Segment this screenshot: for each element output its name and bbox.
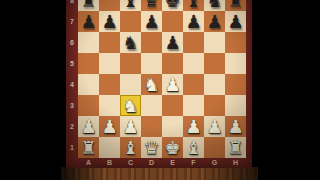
square-f1[interactable]: ♝ — [183, 137, 204, 158]
file-label-e: E — [162, 158, 183, 168]
square-e7[interactable] — [162, 11, 183, 32]
white-pawn-b2: ♟ — [99, 116, 120, 137]
square-h3[interactable] — [225, 95, 246, 116]
square-c2[interactable]: ♟ — [120, 116, 141, 137]
white-pawn-g2: ♟ — [204, 116, 225, 137]
square-a5[interactable] — [78, 53, 99, 74]
white-pawn-e4: ♟ — [162, 74, 183, 95]
black-king-e8: ♚ — [162, 0, 183, 11]
square-c1[interactable]: ♝ — [120, 137, 141, 158]
square-f6[interactable] — [183, 32, 204, 53]
white-rook-a1: ♜ — [78, 137, 99, 158]
white-king-e1: ♚ — [162, 137, 183, 158]
white-pawn-h2: ♟ — [225, 116, 246, 137]
square-a6[interactable] — [78, 32, 99, 53]
square-d4[interactable]: ♞ — [141, 74, 162, 95]
square-e5[interactable] — [162, 53, 183, 74]
square-e2[interactable] — [162, 116, 183, 137]
black-pawn-h7: ♟ — [225, 11, 246, 32]
square-a1[interactable]: ♜ — [78, 137, 99, 158]
chess-board[interactable]: ♜♝♛♚♝♞♜♟♟♟♟♟♟♞♟♞♟♞♟♟♟♟♟♟♜♝♛♚♝♜ — [78, 0, 246, 158]
square-g8[interactable]: ♞ — [204, 0, 225, 11]
white-queen-d1: ♛ — [141, 137, 162, 158]
chess-board-frame: 87654321 ♜♝♛♚♝♞♜♟♟♟♟♟♟♞♟♞♟♞♟♟♟♟♟♟♜♝♛♚♝♜ … — [66, 0, 252, 168]
square-b2[interactable]: ♟ — [99, 116, 120, 137]
rank-label-2: 2 — [66, 116, 78, 137]
rank-label-7: 7 — [66, 11, 78, 32]
black-bishop-f8: ♝ — [183, 0, 204, 11]
square-h7[interactable]: ♟ — [225, 11, 246, 32]
black-queen-d8: ♛ — [141, 0, 162, 11]
rank-label-3: 3 — [66, 95, 78, 116]
square-g3[interactable] — [204, 95, 225, 116]
black-rook-a8: ♜ — [78, 0, 99, 11]
square-f4[interactable] — [183, 74, 204, 95]
square-g2[interactable]: ♟ — [204, 116, 225, 137]
square-a3[interactable] — [78, 95, 99, 116]
square-f5[interactable] — [183, 53, 204, 74]
square-f8[interactable]: ♝ — [183, 0, 204, 11]
square-e1[interactable]: ♚ — [162, 137, 183, 158]
square-h6[interactable] — [225, 32, 246, 53]
square-h4[interactable] — [225, 74, 246, 95]
white-bishop-f1: ♝ — [183, 137, 204, 158]
square-c6[interactable]: ♞ — [120, 32, 141, 53]
file-label-b: B — [99, 158, 120, 168]
table-surface — [61, 167, 258, 180]
square-a8[interactable]: ♜ — [78, 0, 99, 11]
square-a7[interactable]: ♟ — [78, 11, 99, 32]
white-knight-d4: ♞ — [141, 74, 162, 95]
black-knight-c6: ♞ — [120, 32, 141, 53]
square-f3[interactable] — [183, 95, 204, 116]
rank-label-6: 6 — [66, 32, 78, 53]
white-pawn-c2: ♟ — [120, 116, 141, 137]
black-pawn-g7: ♟ — [204, 11, 225, 32]
black-rook-h8: ♜ — [225, 0, 246, 11]
square-b8[interactable] — [99, 0, 120, 11]
square-d6[interactable] — [141, 32, 162, 53]
square-f7[interactable]: ♟ — [183, 11, 204, 32]
black-knight-g8: ♞ — [204, 0, 225, 11]
square-b7[interactable]: ♟ — [99, 11, 120, 32]
white-pawn-a2: ♟ — [78, 116, 99, 137]
square-c8[interactable]: ♝ — [120, 0, 141, 11]
square-b5[interactable] — [99, 53, 120, 74]
square-c3[interactable]: ♞ — [120, 95, 141, 116]
square-c7[interactable] — [120, 11, 141, 32]
file-label-f: F — [183, 158, 204, 168]
square-c4[interactable] — [120, 74, 141, 95]
file-label-h: H — [225, 158, 246, 168]
file-label-d: D — [141, 158, 162, 168]
square-b4[interactable] — [99, 74, 120, 95]
square-b3[interactable] — [99, 95, 120, 116]
rank-label-4: 4 — [66, 74, 78, 95]
square-d1[interactable]: ♛ — [141, 137, 162, 158]
white-pawn-f2: ♟ — [183, 116, 204, 137]
square-d2[interactable] — [141, 116, 162, 137]
square-g5[interactable] — [204, 53, 225, 74]
square-f2[interactable]: ♟ — [183, 116, 204, 137]
square-d8[interactable]: ♛ — [141, 0, 162, 11]
square-g4[interactable] — [204, 74, 225, 95]
square-h1[interactable]: ♜ — [225, 137, 246, 158]
square-e4[interactable]: ♟ — [162, 74, 183, 95]
square-a2[interactable]: ♟ — [78, 116, 99, 137]
square-g6[interactable] — [204, 32, 225, 53]
square-c5[interactable] — [120, 53, 141, 74]
file-label-a: A — [78, 158, 99, 168]
rank-labels: 87654321 — [66, 0, 78, 158]
square-e8[interactable]: ♚ — [162, 0, 183, 11]
video-frame: 87654321 ♜♝♛♚♝♞♜♟♟♟♟♟♟♞♟♞♟♞♟♟♟♟♟♟♜♝♛♚♝♜ … — [0, 0, 320, 180]
square-d7[interactable]: ♟ — [141, 11, 162, 32]
rank-label-1: 1 — [66, 137, 78, 158]
black-pawn-f7: ♟ — [183, 11, 204, 32]
white-rook-h1: ♜ — [225, 137, 246, 158]
square-b1[interactable] — [99, 137, 120, 158]
square-e6[interactable]: ♟ — [162, 32, 183, 53]
square-a4[interactable] — [78, 74, 99, 95]
black-pawn-e6: ♟ — [162, 32, 183, 53]
square-h2[interactable]: ♟ — [225, 116, 246, 137]
file-label-g: G — [204, 158, 225, 168]
white-knight-c3: ♞ — [120, 95, 141, 116]
black-pawn-a7: ♟ — [78, 11, 99, 32]
square-h8[interactable]: ♜ — [225, 0, 246, 11]
file-label-c: C — [120, 158, 141, 168]
square-h5[interactable] — [225, 53, 246, 74]
black-bishop-c8: ♝ — [120, 0, 141, 11]
square-g1[interactable] — [204, 137, 225, 158]
square-g7[interactable]: ♟ — [204, 11, 225, 32]
rank-label-5: 5 — [66, 53, 78, 74]
black-pawn-d7: ♟ — [141, 11, 162, 32]
square-d5[interactable] — [141, 53, 162, 74]
square-b6[interactable] — [99, 32, 120, 53]
file-labels: ABCDEFGH — [78, 158, 246, 168]
black-pawn-b7: ♟ — [99, 11, 120, 32]
rank-label-8: 8 — [66, 0, 78, 11]
white-bishop-c1: ♝ — [120, 137, 141, 158]
square-e3[interactable] — [162, 95, 183, 116]
square-d3[interactable] — [141, 95, 162, 116]
